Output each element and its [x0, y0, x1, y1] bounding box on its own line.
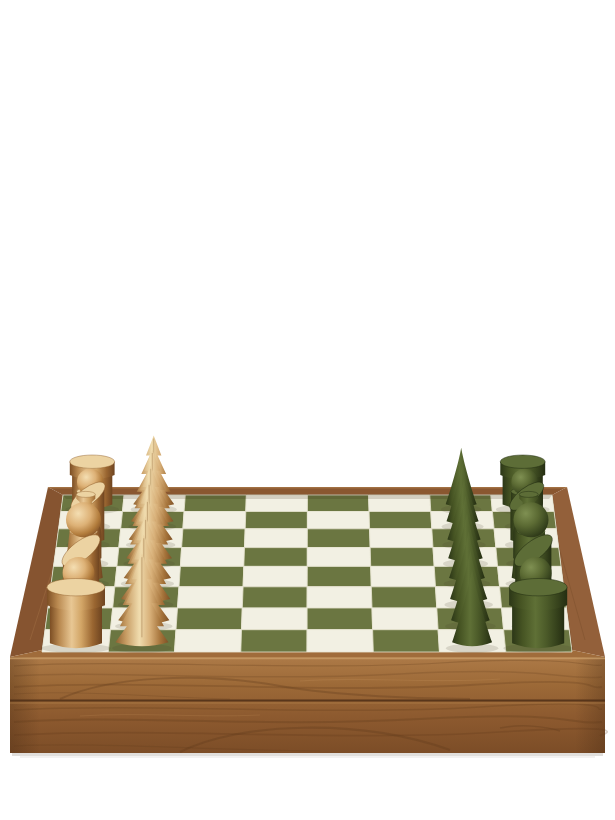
square-g6 [372, 608, 438, 630]
piece-black-rook-h8 [503, 579, 573, 653]
square-b6 [369, 512, 432, 529]
ground-shadow [12, 753, 603, 756]
square-h3 [175, 630, 242, 652]
square-b5 [307, 512, 369, 529]
square-f3 [178, 587, 244, 608]
square-e5 [307, 566, 371, 586]
square-c5 [307, 529, 370, 548]
square-h4 [241, 630, 307, 652]
square-d3 [180, 548, 244, 567]
product-photo-canvas [0, 0, 615, 820]
square-c6 [370, 529, 433, 548]
square-f6 [371, 587, 437, 608]
board-back-shadow [63, 495, 552, 499]
square-d5 [307, 548, 370, 567]
square-c4 [245, 529, 308, 548]
square-g5 [307, 608, 373, 630]
square-h6 [373, 630, 440, 652]
square-g4 [242, 608, 308, 630]
square-f4 [242, 587, 307, 608]
square-d4 [244, 548, 307, 567]
piece-white-rook-h1 [41, 579, 111, 653]
square-e6 [371, 566, 436, 586]
square-e3 [179, 566, 244, 586]
ground-shadow-soft [20, 756, 595, 758]
square-b3 [183, 512, 246, 529]
square-e4 [243, 566, 307, 586]
square-f5 [307, 587, 372, 608]
square-h5 [307, 630, 373, 652]
square-b4 [245, 512, 307, 529]
square-g3 [176, 608, 242, 630]
square-c3 [182, 529, 246, 548]
square-d6 [370, 548, 434, 567]
chess-set-product-photo [0, 0, 615, 820]
